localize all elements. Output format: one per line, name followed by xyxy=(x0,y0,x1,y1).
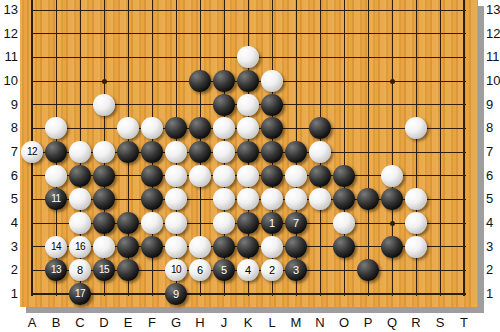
grid-hline xyxy=(31,293,466,295)
row-label-left-8: 8 xyxy=(0,121,18,135)
stone-P5-black[interactable] xyxy=(357,188,379,210)
row-label-right-6: 6 xyxy=(486,169,500,183)
move-number-label: 4 xyxy=(245,264,251,275)
move-number-label: 1 xyxy=(269,217,275,228)
stone-Q3-black[interactable] xyxy=(381,236,403,258)
move-number-label: 15 xyxy=(99,265,109,275)
stone-G3-white[interactable] xyxy=(165,236,187,258)
row-label-right-4: 4 xyxy=(486,216,500,230)
stone-F6-black[interactable] xyxy=(141,165,163,187)
stone-E8-white[interactable] xyxy=(117,117,139,139)
stone-F8-white[interactable] xyxy=(141,117,163,139)
grid-vline xyxy=(368,0,369,296)
grid-hline xyxy=(31,33,466,34)
col-label-D: D xyxy=(92,315,116,331)
col-label-S: S xyxy=(428,315,452,331)
stone-N5-white[interactable] xyxy=(309,188,331,210)
stone-K6-white[interactable] xyxy=(237,165,259,187)
row-label-left-13: 13 xyxy=(0,3,18,17)
stone-L3-white[interactable] xyxy=(261,236,283,258)
go-board-screenshot: 1211171416138151065423179 13121110987654… xyxy=(0,0,500,332)
stone-L5-white[interactable] xyxy=(261,188,283,210)
stone-K5-white[interactable] xyxy=(237,188,259,210)
stone-L6-black[interactable] xyxy=(261,165,283,187)
stone-G4-white[interactable] xyxy=(165,212,187,234)
stone-K7-black[interactable] xyxy=(237,141,259,163)
stone-G2-white[interactable]: 10 xyxy=(165,259,187,281)
move-number-label: 17 xyxy=(75,289,85,299)
stone-J6-white[interactable] xyxy=(213,165,235,187)
col-label-L: L xyxy=(260,315,284,331)
stone-R3-white[interactable] xyxy=(405,236,427,258)
grid-hline xyxy=(31,10,466,11)
row-label-left-7: 7 xyxy=(0,145,18,159)
col-label-J: J xyxy=(212,315,236,331)
stone-J10-black[interactable] xyxy=(213,70,235,92)
row-label-right-10: 10 xyxy=(486,74,500,88)
stone-K9-white[interactable] xyxy=(237,94,259,116)
row-label-left-1: 1 xyxy=(0,287,18,301)
row-label-right-11: 11 xyxy=(486,50,500,64)
star-point-Q10 xyxy=(390,79,395,84)
move-number-label: 7 xyxy=(293,217,299,228)
stone-B2-black[interactable]: 13 xyxy=(45,259,67,281)
stone-C4-white[interactable] xyxy=(69,212,91,234)
stone-G6-white[interactable] xyxy=(165,165,187,187)
row-label-right-13: 13 xyxy=(486,3,500,17)
row-label-right-12: 12 xyxy=(486,27,500,41)
move-number-label: 16 xyxy=(75,241,85,251)
row-label-left-5: 5 xyxy=(0,192,18,206)
col-label-Q: Q xyxy=(380,315,404,331)
stone-A7-white[interactable]: 12 xyxy=(21,141,43,163)
col-label-M: M xyxy=(284,315,308,331)
row-label-left-6: 6 xyxy=(0,169,18,183)
stone-M6-white[interactable] xyxy=(285,165,307,187)
row-label-right-3: 3 xyxy=(486,240,500,254)
stone-O5-black[interactable] xyxy=(333,188,355,210)
col-label-G: G xyxy=(164,315,188,331)
stone-L10-white[interactable] xyxy=(261,70,283,92)
star-point-Q4 xyxy=(390,221,395,226)
stone-C6-black[interactable] xyxy=(69,165,91,187)
stone-N7-white[interactable] xyxy=(309,141,331,163)
move-number-label: 5 xyxy=(221,264,227,275)
row-label-left-9: 9 xyxy=(0,98,18,112)
stone-J7-white[interactable] xyxy=(213,141,235,163)
stone-D5-black[interactable] xyxy=(93,188,115,210)
stone-E2-black[interactable] xyxy=(117,259,139,281)
stone-C1-black[interactable]: 17 xyxy=(69,283,91,305)
stone-B3-white[interactable]: 14 xyxy=(45,236,67,258)
stone-O3-black[interactable] xyxy=(333,236,355,258)
stone-H6-white[interactable] xyxy=(189,165,211,187)
row-label-right-8: 8 xyxy=(486,121,500,135)
stone-M5-white[interactable] xyxy=(285,188,307,210)
stone-P2-black[interactable] xyxy=(357,259,379,281)
stone-Q5-black[interactable] xyxy=(381,188,403,210)
stone-J3-black[interactable] xyxy=(213,236,235,258)
row-label-left-2: 2 xyxy=(0,263,18,277)
move-number-label: 14 xyxy=(51,241,61,251)
stone-H2-white[interactable]: 6 xyxy=(189,259,211,281)
grid-vline xyxy=(463,0,465,296)
move-number-label: 3 xyxy=(293,264,299,275)
stone-N8-black[interactable] xyxy=(309,117,331,139)
col-label-E: E xyxy=(116,315,140,331)
row-label-left-12: 12 xyxy=(0,27,18,41)
stone-D4-black[interactable] xyxy=(93,212,115,234)
row-label-left-10: 10 xyxy=(0,74,18,88)
move-number-label: 2 xyxy=(269,264,275,275)
stone-O4-white[interactable] xyxy=(333,212,355,234)
stone-H10-black[interactable] xyxy=(189,70,211,92)
move-number-label: 9 xyxy=(173,288,179,299)
stone-B7-black[interactable] xyxy=(45,141,67,163)
stone-D9-white[interactable] xyxy=(93,94,115,116)
star-point-D10 xyxy=(102,79,107,84)
stone-E4-black[interactable] xyxy=(117,212,139,234)
stone-O6-black[interactable] xyxy=(333,165,355,187)
stone-J8-white[interactable] xyxy=(213,117,235,139)
stone-L8-black[interactable] xyxy=(261,117,283,139)
stone-F3-black[interactable] xyxy=(141,236,163,258)
move-number-label: 6 xyxy=(197,264,203,275)
stone-E7-black[interactable] xyxy=(117,141,139,163)
stone-M3-black[interactable] xyxy=(285,236,307,258)
stone-G8-black[interactable] xyxy=(165,117,187,139)
row-label-right-5: 5 xyxy=(486,192,500,206)
col-label-F: F xyxy=(140,315,164,331)
move-number-label: 8 xyxy=(77,264,83,275)
stone-H7-black[interactable] xyxy=(189,141,211,163)
stone-M7-black[interactable] xyxy=(285,141,307,163)
move-number-label: 12 xyxy=(27,147,37,157)
col-label-N: N xyxy=(308,315,332,331)
stone-K3-black[interactable] xyxy=(237,236,259,258)
col-label-C: C xyxy=(68,315,92,331)
stone-L9-black[interactable] xyxy=(261,94,283,116)
stone-M2-black[interactable]: 3 xyxy=(285,259,307,281)
col-label-B: B xyxy=(44,315,68,331)
stone-H3-white[interactable] xyxy=(189,236,211,258)
stone-J5-white[interactable] xyxy=(213,188,235,210)
row-label-left-11: 11 xyxy=(0,50,18,64)
stone-H8-black[interactable] xyxy=(189,117,211,139)
row-label-left-4: 4 xyxy=(0,216,18,230)
stone-K2-white[interactable]: 4 xyxy=(237,259,259,281)
go-board[interactable]: 1211171416138151065423179 xyxy=(20,0,478,307)
stone-B8-white[interactable] xyxy=(45,117,67,139)
stone-B6-white[interactable] xyxy=(45,165,67,187)
col-label-T: T xyxy=(452,315,476,331)
row-label-right-9: 9 xyxy=(486,98,500,112)
stone-L7-black[interactable] xyxy=(261,141,283,163)
col-label-A: A xyxy=(20,315,44,331)
row-label-right-7: 7 xyxy=(486,145,500,159)
stone-F4-white[interactable] xyxy=(141,212,163,234)
stone-C5-white[interactable] xyxy=(69,188,91,210)
stone-G1-black[interactable]: 9 xyxy=(165,283,187,305)
col-label-K: K xyxy=(236,315,260,331)
stone-R5-white[interactable] xyxy=(405,188,427,210)
stone-F5-black[interactable] xyxy=(141,188,163,210)
stone-D2-black[interactable]: 15 xyxy=(93,259,115,281)
stone-J9-black[interactable] xyxy=(213,94,235,116)
stone-E3-black[interactable] xyxy=(117,236,139,258)
move-number-label: 10 xyxy=(171,265,181,275)
stone-D3-white[interactable] xyxy=(93,236,115,258)
stone-C7-white[interactable] xyxy=(69,141,91,163)
stone-N6-black[interactable] xyxy=(309,165,331,187)
stone-G7-white[interactable] xyxy=(165,141,187,163)
stone-R4-white[interactable] xyxy=(405,212,427,234)
stone-J4-white[interactable] xyxy=(213,212,235,234)
stone-L2-white[interactable]: 2 xyxy=(261,259,283,281)
stone-L4-black[interactable]: 1 xyxy=(261,212,283,234)
stone-G5-white[interactable] xyxy=(165,188,187,210)
stone-K8-white[interactable] xyxy=(237,117,259,139)
stone-M4-black[interactable]: 7 xyxy=(285,212,307,234)
col-label-R: R xyxy=(404,315,428,331)
stone-D6-black[interactable] xyxy=(93,165,115,187)
row-label-right-2: 2 xyxy=(486,263,500,277)
stone-F7-black[interactable] xyxy=(141,141,163,163)
stone-C2-white[interactable]: 8 xyxy=(69,259,91,281)
stone-R8-white[interactable] xyxy=(405,117,427,139)
move-number-label: 11 xyxy=(51,194,60,204)
stone-D7-white[interactable] xyxy=(93,141,115,163)
stone-Q6-white[interactable] xyxy=(381,165,403,187)
move-number-label: 13 xyxy=(51,265,61,275)
col-label-H: H xyxy=(188,315,212,331)
stone-B5-black[interactable]: 11 xyxy=(45,188,67,210)
stone-K4-black[interactable] xyxy=(237,212,259,234)
stone-K11-white[interactable] xyxy=(237,46,259,68)
stone-C3-white[interactable]: 16 xyxy=(69,236,91,258)
grid-vline xyxy=(440,0,441,296)
stone-J2-black[interactable]: 5 xyxy=(213,259,235,281)
col-label-O: O xyxy=(332,315,356,331)
stone-K10-black[interactable] xyxy=(237,70,259,92)
col-label-P: P xyxy=(356,315,380,331)
row-label-left-3: 3 xyxy=(0,240,18,254)
row-label-right-1: 1 xyxy=(486,287,500,301)
